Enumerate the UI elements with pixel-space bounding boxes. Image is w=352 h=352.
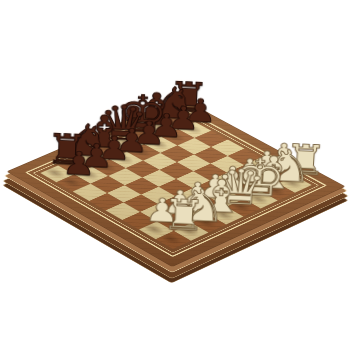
piece-white-rook: ♜ bbox=[161, 198, 188, 241]
square-a6 bbox=[73, 184, 107, 201]
square-g6 bbox=[177, 138, 210, 154]
square-h6 bbox=[194, 131, 227, 147]
piece-black-pawn: ♟ bbox=[61, 150, 86, 183]
chess-set-photo: ♜♟♟♜♞♟♟♞♝♟♟♝♚♟♟♚♛♟♟♛♝♟♟♝♞♟♟♞♜♟♟♜ bbox=[0, 0, 352, 352]
chess-board: ♜♟♟♜♞♟♟♞♝♟♟♝♚♟♟♚♛♟♟♛♝♟♟♝♞♟♟♞♜♟♟♜ bbox=[6, 97, 345, 267]
square-a7: ♟ bbox=[57, 175, 91, 192]
board-frame: ♜♟♟♜♞♟♟♞♝♟♟♝♚♟♟♚♛♟♟♛♝♟♟♝♞♟♟♞♜♟♟♜ bbox=[6, 97, 345, 267]
square-a1: ♜ bbox=[156, 231, 191, 249]
square-d6 bbox=[126, 161, 160, 178]
